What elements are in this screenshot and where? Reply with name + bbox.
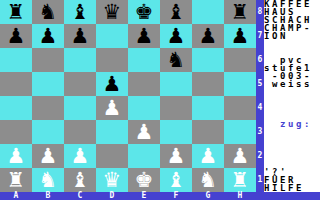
white-pawn: ♟ — [231, 144, 250, 168]
square-d4[interactable]: ♟ — [96, 96, 128, 120]
square-f2[interactable]: ♟ — [160, 144, 192, 168]
square-c7[interactable]: ♟ — [64, 24, 96, 48]
square-e8[interactable]: ♚ — [128, 0, 160, 24]
square-b3[interactable] — [32, 120, 64, 144]
file-label-e: E — [128, 192, 160, 200]
rank-label-4: 4 — [256, 104, 264, 112]
square-a4[interactable] — [0, 96, 32, 120]
move-input-prompt[interactable]: zug: — [280, 120, 312, 128]
square-c4[interactable] — [64, 96, 96, 120]
file-label-f: F — [160, 192, 192, 200]
file-label-h: H — [224, 192, 256, 200]
square-h8[interactable]: ♜ — [224, 0, 256, 24]
square-b8[interactable]: ♞ — [32, 0, 64, 24]
square-e6[interactable] — [128, 48, 160, 72]
square-g1[interactable]: ♞ — [192, 168, 224, 192]
help-line-2: HILFE — [264, 184, 304, 192]
square-f6[interactable]: ♞ — [160, 48, 192, 72]
square-g4[interactable] — [192, 96, 224, 120]
square-b1[interactable]: ♞ — [32, 168, 64, 192]
square-g3[interactable] — [192, 120, 224, 144]
file-label-c: C — [64, 192, 96, 200]
rank-label-3: 3 — [256, 128, 264, 136]
white-knight: ♞ — [199, 168, 218, 192]
square-e1[interactable]: ♚ — [128, 168, 160, 192]
square-f7[interactable]: ♟ — [160, 24, 192, 48]
white-pawn: ♟ — [71, 144, 90, 168]
square-e3[interactable]: ♟ — [128, 120, 160, 144]
file-coordinate-strip: ABCDEFGH — [0, 192, 320, 200]
white-pawn: ♟ — [39, 144, 58, 168]
square-d1[interactable]: ♛ — [96, 168, 128, 192]
square-b4[interactable] — [32, 96, 64, 120]
rank-label-1: 1 — [256, 176, 264, 184]
square-a6[interactable] — [0, 48, 32, 72]
square-f5[interactable] — [160, 72, 192, 96]
chess-board: ♜♞♝♛♚♝♜♟♟♟♟♟♟♟♞♟♟♟♟♟♟♟♟♟♜♞♝♛♚♝♞♜ — [0, 0, 256, 192]
black-knight: ♞ — [167, 48, 186, 72]
white-bishop: ♝ — [71, 168, 90, 192]
square-g5[interactable] — [192, 72, 224, 96]
square-a3[interactable] — [0, 120, 32, 144]
white-pawn: ♟ — [103, 96, 122, 120]
square-d8[interactable]: ♛ — [96, 0, 128, 24]
white-rook: ♜ — [7, 168, 26, 192]
square-c5[interactable] — [64, 72, 96, 96]
square-a1[interactable]: ♜ — [0, 168, 32, 192]
rank-label-7: 7 — [256, 32, 264, 40]
square-e2[interactable] — [128, 144, 160, 168]
rank-label-6: 6 — [256, 56, 264, 64]
black-bishop: ♝ — [71, 0, 90, 24]
square-g7[interactable]: ♟ — [192, 24, 224, 48]
black-rook: ♜ — [7, 0, 26, 24]
black-queen: ♛ — [103, 0, 122, 24]
square-h5[interactable] — [224, 72, 256, 96]
square-f8[interactable]: ♝ — [160, 0, 192, 24]
square-c3[interactable] — [64, 120, 96, 144]
rank-label-2: 2 — [256, 152, 264, 160]
square-c8[interactable]: ♝ — [64, 0, 96, 24]
black-king: ♚ — [135, 0, 154, 24]
square-a5[interactable] — [0, 72, 32, 96]
square-f3[interactable] — [160, 120, 192, 144]
square-g2[interactable]: ♟ — [192, 144, 224, 168]
white-pawn: ♟ — [7, 144, 26, 168]
title-line-5: ION — [264, 32, 288, 40]
black-pawn: ♟ — [103, 72, 122, 96]
square-c1[interactable]: ♝ — [64, 168, 96, 192]
white-pawn: ♟ — [199, 144, 218, 168]
black-pawn: ♟ — [39, 24, 58, 48]
square-e4[interactable] — [128, 96, 160, 120]
square-d3[interactable] — [96, 120, 128, 144]
square-c2[interactable]: ♟ — [64, 144, 96, 168]
rank-label-5: 5 — [256, 80, 264, 88]
square-e5[interactable] — [128, 72, 160, 96]
file-label-g: G — [192, 192, 224, 200]
file-label-b: B — [32, 192, 64, 200]
white-pawn: ♟ — [135, 120, 154, 144]
square-g6[interactable] — [192, 48, 224, 72]
square-h6[interactable] — [224, 48, 256, 72]
file-label-d: D — [96, 192, 128, 200]
black-pawn: ♟ — [167, 24, 186, 48]
rank-label-8: 8 — [256, 8, 264, 16]
square-f4[interactable] — [160, 96, 192, 120]
white-pawn: ♟ — [167, 144, 186, 168]
square-b5[interactable] — [32, 72, 64, 96]
square-e7[interactable]: ♟ — [128, 24, 160, 48]
black-pawn: ♟ — [135, 24, 154, 48]
white-bishop: ♝ — [167, 168, 186, 192]
square-h7[interactable]: ♟ — [224, 24, 256, 48]
square-b2[interactable]: ♟ — [32, 144, 64, 168]
square-f1[interactable]: ♝ — [160, 168, 192, 192]
square-h4[interactable] — [224, 96, 256, 120]
square-h2[interactable]: ♟ — [224, 144, 256, 168]
black-pawn: ♟ — [199, 24, 218, 48]
black-pawn: ♟ — [71, 24, 90, 48]
black-knight: ♞ — [39, 0, 58, 24]
square-g8[interactable] — [192, 0, 224, 24]
black-pawn: ♟ — [7, 24, 26, 48]
square-d6[interactable] — [96, 48, 128, 72]
black-rook: ♜ — [231, 0, 250, 24]
black-bishop: ♝ — [167, 0, 186, 24]
rank-coordinate-strip: 87654321 — [256, 0, 264, 200]
info-side-to-move: weiss — [272, 80, 312, 88]
white-rook: ♜ — [231, 168, 250, 192]
square-d7[interactable] — [96, 24, 128, 48]
square-b7[interactable]: ♟ — [32, 24, 64, 48]
white-knight: ♞ — [39, 168, 58, 192]
file-label-a: A — [0, 192, 32, 200]
square-d2[interactable] — [96, 144, 128, 168]
white-king: ♚ — [135, 168, 154, 192]
square-a8[interactable]: ♜ — [0, 0, 32, 24]
square-c6[interactable] — [64, 48, 96, 72]
square-h1[interactable]: ♜ — [224, 168, 256, 192]
black-pawn: ♟ — [231, 24, 250, 48]
square-d5[interactable]: ♟ — [96, 72, 128, 96]
square-h3[interactable] — [224, 120, 256, 144]
c64-chess-screen: ♜♞♝♛♚♝♜♟♟♟♟♟♟♟♞♟♟♟♟♟♟♟♟♟♜♞♝♛♚♝♞♜ 8765432… — [0, 0, 320, 200]
square-b6[interactable] — [32, 48, 64, 72]
square-a7[interactable]: ♟ — [0, 24, 32, 48]
square-a2[interactable]: ♟ — [0, 144, 32, 168]
white-queen: ♛ — [103, 168, 122, 192]
